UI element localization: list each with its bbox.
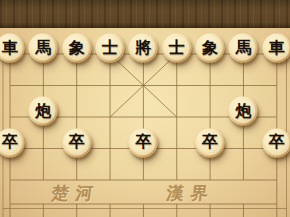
piece-face: 卒 (0, 130, 23, 155)
piece-black-elephant[interactable]: 象 (62, 34, 91, 63)
piece-face: 士 (164, 36, 189, 61)
river-label-chu-he: 楚河 (51, 182, 102, 204)
piece-glyph: 象 (202, 40, 218, 56)
piece-black-horse[interactable]: 馬 (229, 34, 258, 63)
piece-glyph: 卒 (69, 134, 85, 150)
piece-black-advisor[interactable]: 士 (162, 34, 191, 63)
piece-black-soldier[interactable]: 卒 (196, 128, 225, 157)
piece-glyph: 士 (169, 40, 185, 56)
piece-glyph: 炮 (35, 103, 51, 119)
piece-glyph: 炮 (235, 103, 251, 119)
piece-face: 卒 (131, 130, 156, 155)
piece-black-soldier[interactable]: 卒 (262, 128, 290, 157)
piece-glyph: 卒 (2, 134, 18, 150)
piece-black-horse[interactable]: 馬 (29, 34, 58, 63)
piece-face: 象 (64, 36, 89, 61)
piece-face: 將 (131, 36, 156, 61)
piece-glyph: 卒 (135, 134, 151, 150)
piece-face: 象 (198, 36, 223, 61)
piece-face: 馬 (31, 36, 56, 61)
piece-face: 士 (98, 36, 123, 61)
piece-black-soldier[interactable]: 卒 (129, 128, 158, 157)
piece-black-cannon[interactable]: 炮 (29, 97, 58, 126)
piece-face: 卒 (264, 130, 289, 155)
piece-glyph: 車 (2, 40, 18, 56)
piece-glyph: 馬 (235, 40, 251, 56)
piece-black-elephant[interactable]: 象 (196, 34, 225, 63)
piece-glyph: 象 (69, 40, 85, 56)
piece-face: 馬 (231, 36, 256, 61)
piece-face: 車 (264, 36, 289, 61)
piece-glyph: 士 (102, 40, 118, 56)
piece-face: 卒 (198, 130, 223, 155)
piece-black-cannon[interactable]: 炮 (229, 97, 258, 126)
piece-black-soldier[interactable]: 卒 (62, 128, 91, 157)
piece-glyph: 馬 (35, 40, 51, 56)
piece-face: 炮 (31, 99, 56, 124)
river-label-han-jie: 漢界 (166, 182, 217, 204)
piece-glyph: 車 (269, 40, 285, 56)
piece-glyph: 卒 (269, 134, 285, 150)
piece-face: 卒 (64, 130, 89, 155)
piece-glyph: 卒 (202, 134, 218, 150)
xiangqi-game-screen: 楚河 漢界 車馬象士將士象馬車炮炮卒卒卒卒卒 (0, 0, 290, 217)
piece-glyph: 將 (135, 40, 151, 56)
piece-face: 車 (0, 36, 23, 61)
piece-face: 炮 (231, 99, 256, 124)
piece-black-advisor[interactable]: 士 (96, 34, 125, 63)
piece-black-chariot[interactable]: 車 (262, 34, 290, 63)
piece-black-general[interactable]: 將 (129, 34, 158, 63)
